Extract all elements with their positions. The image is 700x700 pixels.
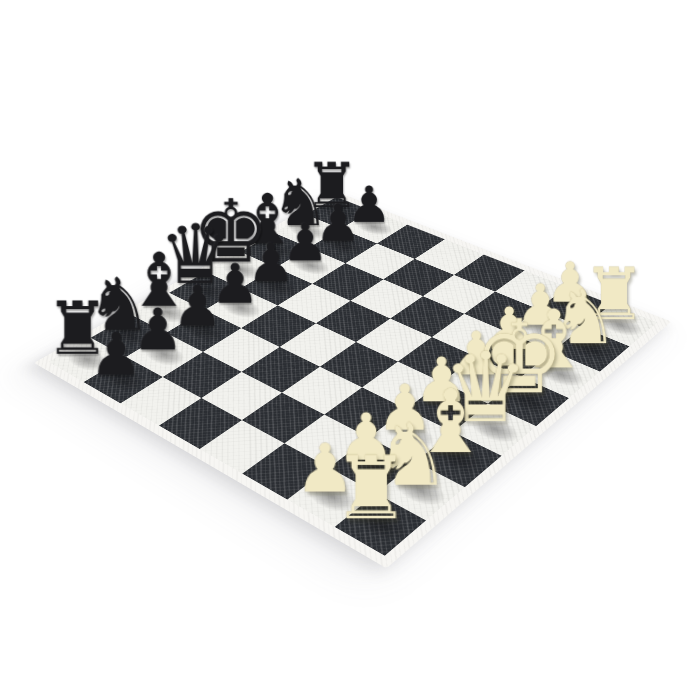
chess-mat: ♜♞♝♛♚♝♞♜♟♟♟♟♟♟♟♟♟♟♟♟♟♟♟♟♜♞♝♛♚♝♞♜ — [34, 192, 671, 569]
board-scene: ♜♞♝♛♚♝♞♜♟♟♟♟♟♟♟♟♟♟♟♟♟♟♟♟♜♞♝♛♚♝♞♜ — [0, 0, 700, 700]
pieces-layer: ♜♞♝♛♚♝♞♜♟♟♟♟♟♟♟♟♟♟♟♟♟♟♟♟♜♞♝♛♚♝♞♜ — [48, 197, 657, 556]
black-pawn-glyph: ♟ — [43, 325, 188, 384]
white-rook-glyph: ♜ — [287, 444, 457, 531]
product-photo-canvas: ♜♞♝♛♚♝♞♜♟♟♟♟♟♟♟♟♟♟♟♟♟♟♟♟♜♞♝♛♚♝♞♜ — [0, 0, 700, 700]
